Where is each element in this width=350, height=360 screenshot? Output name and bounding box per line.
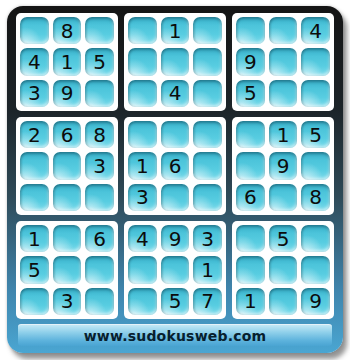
cell-r7c2[interactable] (53, 225, 82, 252)
cell-r1c6[interactable] (193, 17, 222, 44)
cell-r1c8[interactable] (269, 17, 298, 44)
cell-r6c5[interactable] (161, 184, 190, 211)
cell-r4c5[interactable] (161, 121, 190, 148)
cell-r2c1[interactable]: 4 (20, 48, 49, 75)
cell-r1c3[interactable] (85, 17, 114, 44)
cell-r2c2[interactable]: 1 (53, 48, 82, 75)
sudoku-grid: 841539144952683163159681653493157519 (16, 13, 334, 319)
cell-r3c9[interactable] (301, 80, 330, 107)
box-9: 519 (232, 221, 334, 319)
cell-r3c1[interactable]: 3 (20, 80, 49, 107)
cell-r5c5[interactable]: 6 (161, 152, 190, 179)
cell-r3c5[interactable]: 4 (161, 80, 190, 107)
cell-r2c7[interactable]: 9 (236, 48, 265, 75)
cell-r1c7[interactable] (236, 17, 265, 44)
cell-r7c4[interactable]: 4 (128, 225, 157, 252)
cell-r9c6[interactable]: 7 (193, 288, 222, 315)
cell-r3c2[interactable]: 9 (53, 80, 82, 107)
cell-r5c9[interactable] (301, 152, 330, 179)
cell-r9c3[interactable] (85, 288, 114, 315)
cell-r1c2[interactable]: 8 (53, 17, 82, 44)
cell-r1c9[interactable]: 4 (301, 17, 330, 44)
cell-r8c4[interactable] (128, 256, 157, 283)
cell-r8c8[interactable] (269, 256, 298, 283)
cell-r5c6[interactable] (193, 152, 222, 179)
cell-r7c9[interactable] (301, 225, 330, 252)
cell-r7c1[interactable]: 1 (20, 225, 49, 252)
cell-r4c4[interactable] (128, 121, 157, 148)
cell-r2c6[interactable] (193, 48, 222, 75)
cell-r2c4[interactable] (128, 48, 157, 75)
box-7: 1653 (16, 221, 118, 319)
footer-band: www.sudokusweb.com (18, 324, 332, 346)
cell-r8c1[interactable]: 5 (20, 256, 49, 283)
cell-r8c9[interactable] (301, 256, 330, 283)
cell-r7c3[interactable]: 6 (85, 225, 114, 252)
cell-r4c2[interactable]: 6 (53, 121, 82, 148)
cell-r1c1[interactable] (20, 17, 49, 44)
cell-r9c2[interactable]: 3 (53, 288, 82, 315)
box-3: 495 (232, 13, 334, 111)
box-6: 15968 (232, 117, 334, 215)
cell-r4c6[interactable] (193, 121, 222, 148)
cell-r7c5[interactable]: 9 (161, 225, 190, 252)
sudoku-board: 841539144952683163159681653493157519 www… (7, 6, 343, 353)
cell-r7c8[interactable]: 5 (269, 225, 298, 252)
cell-r2c5[interactable] (161, 48, 190, 75)
box-2: 14 (124, 13, 226, 111)
cell-r3c4[interactable] (128, 80, 157, 107)
cell-r5c3[interactable]: 3 (85, 152, 114, 179)
cell-r6c7[interactable]: 6 (236, 184, 265, 211)
cell-r4c3[interactable]: 8 (85, 121, 114, 148)
cell-r2c9[interactable] (301, 48, 330, 75)
cell-r7c6[interactable]: 3 (193, 225, 222, 252)
cell-r6c2[interactable] (53, 184, 82, 211)
cell-r1c4[interactable] (128, 17, 157, 44)
cell-r8c5[interactable] (161, 256, 190, 283)
cell-r6c1[interactable] (20, 184, 49, 211)
source-url-label: www.sudokusweb.com (84, 328, 267, 344)
cell-r9c7[interactable]: 1 (236, 288, 265, 315)
cell-r9c1[interactable] (20, 288, 49, 315)
cell-r2c3[interactable]: 5 (85, 48, 114, 75)
cell-r9c4[interactable] (128, 288, 157, 315)
cell-r1c5[interactable]: 1 (161, 17, 190, 44)
cell-r6c3[interactable] (85, 184, 114, 211)
cell-r2c8[interactable] (269, 48, 298, 75)
cell-r9c9[interactable]: 9 (301, 288, 330, 315)
cell-r3c7[interactable]: 5 (236, 80, 265, 107)
cell-r9c5[interactable]: 5 (161, 288, 190, 315)
cell-r5c2[interactable] (53, 152, 82, 179)
cell-r9c8[interactable] (269, 288, 298, 315)
cell-r5c7[interactable] (236, 152, 265, 179)
box-1: 841539 (16, 13, 118, 111)
cell-r7c7[interactable] (236, 225, 265, 252)
cell-r6c4[interactable]: 3 (128, 184, 157, 211)
cell-r8c3[interactable] (85, 256, 114, 283)
cell-r3c6[interactable] (193, 80, 222, 107)
cell-r5c8[interactable]: 9 (269, 152, 298, 179)
cell-r6c9[interactable]: 8 (301, 184, 330, 211)
cell-r6c8[interactable] (269, 184, 298, 211)
box-8: 493157 (124, 221, 226, 319)
cell-r8c7[interactable] (236, 256, 265, 283)
cell-r4c9[interactable]: 5 (301, 121, 330, 148)
box-4: 2683 (16, 117, 118, 215)
cell-r5c1[interactable] (20, 152, 49, 179)
cell-r4c8[interactable]: 1 (269, 121, 298, 148)
cell-r8c6[interactable]: 1 (193, 256, 222, 283)
cell-r3c3[interactable] (85, 80, 114, 107)
cell-r8c2[interactable] (53, 256, 82, 283)
box-5: 163 (124, 117, 226, 215)
cell-r6c6[interactable] (193, 184, 222, 211)
cell-r5c4[interactable]: 1 (128, 152, 157, 179)
cell-r4c7[interactable] (236, 121, 265, 148)
cell-r4c1[interactable]: 2 (20, 121, 49, 148)
cell-r3c8[interactable] (269, 80, 298, 107)
